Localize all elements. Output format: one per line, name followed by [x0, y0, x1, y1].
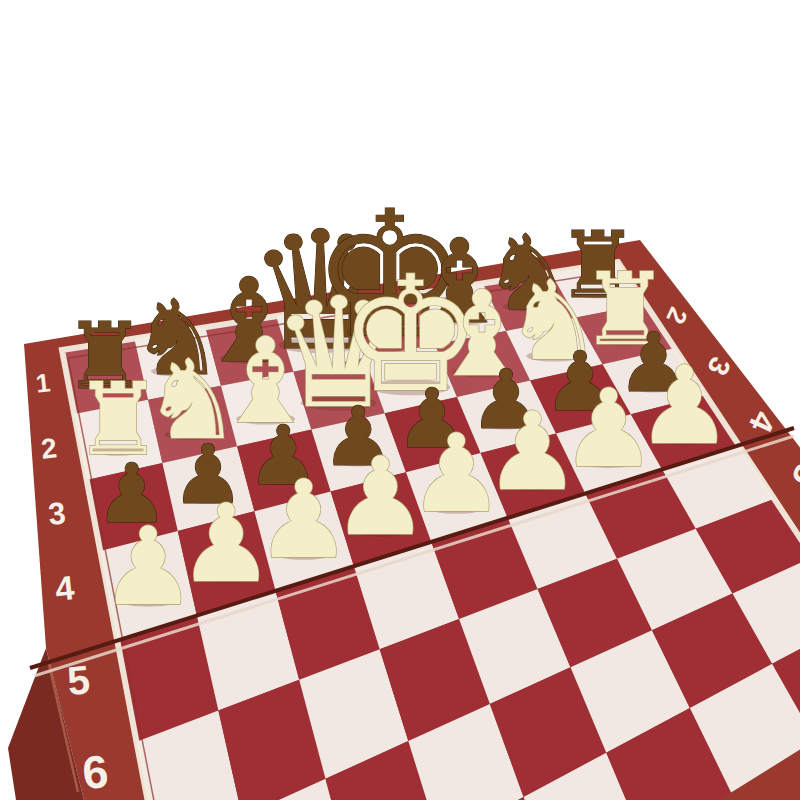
rank-label-left-3: 3	[46, 495, 67, 532]
rank-label-left-2: 2	[40, 432, 59, 464]
chess-board: 1234562345♜♞♝♛♚♝♞♜♜♞♝♛♚♝♞♜♟♟♟♟♟♟♟♟♟♟♟♟♟♟…	[0, 0, 800, 800]
rank-label-left-5: 5	[65, 657, 92, 703]
piece-light-pawn-h4[interactable]: ♟	[636, 343, 733, 468]
rank-label-left-6: 6	[80, 745, 111, 799]
rank-label-left-4: 4	[53, 568, 76, 608]
chess-set-photo: Product photo of a folding wooden chess …	[0, 0, 800, 800]
